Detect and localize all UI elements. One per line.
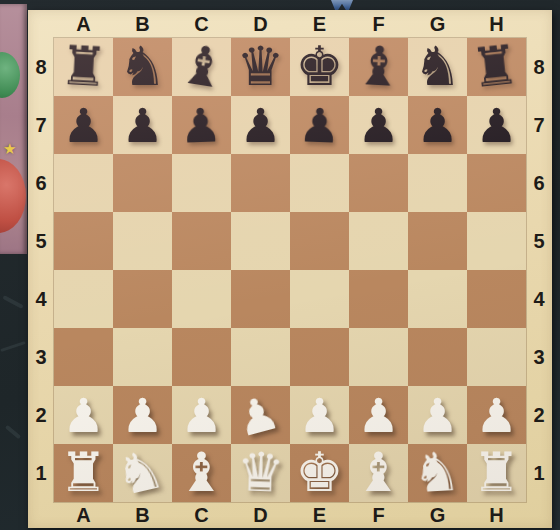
square-b8[interactable]: ♞ xyxy=(113,38,172,96)
file-label: A xyxy=(76,13,90,36)
rank-label: 7 xyxy=(35,114,46,137)
star-decoration: ★ xyxy=(3,140,16,158)
white-pawn[interactable]: ♟ xyxy=(475,392,517,439)
black-pawn[interactable]: ♟ xyxy=(298,101,342,149)
square-b4[interactable] xyxy=(113,270,172,328)
rank-label: 1 xyxy=(533,462,544,485)
white-pawn[interactable]: ♟ xyxy=(180,392,222,439)
square-f6[interactable] xyxy=(349,154,408,212)
chalk-mark xyxy=(2,295,23,309)
rank-label: 3 xyxy=(533,346,544,369)
board-grid: ♜♞♝♛♚♝♞♜♟♟♟♟♟♟♟♟♟♟♟♟♟♟♟♟♜♞♝♛♚♝♞♜ xyxy=(54,38,526,502)
rank-label: 6 xyxy=(35,172,46,195)
black-pawn[interactable]: ♟ xyxy=(357,102,399,149)
red-ornament xyxy=(0,159,26,233)
black-king[interactable]: ♚ xyxy=(295,40,343,94)
black-pawn[interactable]: ♟ xyxy=(416,102,458,149)
square-e5[interactable] xyxy=(290,212,349,270)
white-rook[interactable]: ♜ xyxy=(59,446,107,500)
white-pawn[interactable]: ♟ xyxy=(62,392,104,439)
chalk-mark xyxy=(5,425,21,440)
square-f2[interactable]: ♟ xyxy=(349,386,408,444)
square-e4[interactable] xyxy=(290,270,349,328)
square-a4[interactable] xyxy=(54,270,113,328)
rank-label: 3 xyxy=(35,346,46,369)
square-c5[interactable] xyxy=(172,212,231,270)
white-pawn[interactable]: ♟ xyxy=(357,392,399,439)
white-pawn[interactable]: ♟ xyxy=(121,392,163,439)
rank-label: 8 xyxy=(533,56,544,79)
file-label: F xyxy=(372,504,384,527)
rank-label: 7 xyxy=(533,114,544,137)
square-d1[interactable]: ♛ xyxy=(231,444,290,502)
rank-label: 4 xyxy=(35,288,46,311)
square-c6[interactable] xyxy=(172,154,231,212)
file-label: E xyxy=(313,504,326,527)
file-label: H xyxy=(489,504,503,527)
square-e3[interactable] xyxy=(290,328,349,386)
square-h4[interactable] xyxy=(467,270,526,328)
rank-label: 5 xyxy=(35,230,46,253)
square-f7[interactable]: ♟ xyxy=(349,96,408,154)
file-label: A xyxy=(76,504,90,527)
square-e7[interactable]: ♟ xyxy=(290,96,349,154)
square-d3[interactable] xyxy=(231,328,290,386)
square-b5[interactable] xyxy=(113,212,172,270)
square-a8[interactable]: ♜ xyxy=(54,38,113,96)
file-labels-top: ABCDEFGH xyxy=(54,10,526,38)
square-c7[interactable]: ♟ xyxy=(172,96,231,154)
square-g1[interactable]: ♞ xyxy=(408,444,467,502)
white-rook[interactable]: ♜ xyxy=(472,446,520,500)
square-b1[interactable]: ♞ xyxy=(113,444,172,502)
rank-labels-right: 87654321 xyxy=(526,38,552,502)
square-h5[interactable] xyxy=(467,212,526,270)
square-d4[interactable] xyxy=(231,270,290,328)
black-rook[interactable]: ♜ xyxy=(468,38,522,97)
rank-label: 8 xyxy=(35,56,46,79)
square-g5[interactable] xyxy=(408,212,467,270)
file-label: B xyxy=(135,13,149,36)
square-c8[interactable]: ♝ xyxy=(172,38,231,96)
rank-label: 6 xyxy=(533,172,544,195)
square-d8[interactable]: ♛ xyxy=(231,38,290,96)
white-pawn[interactable]: ♟ xyxy=(416,392,458,439)
scene: ★ ABCDEFGH 87654321 ♜♞♝♛♚♝♞♜♟♟♟♟♟♟♟♟♟♟♟♟… xyxy=(0,0,560,530)
black-bishop[interactable]: ♝ xyxy=(353,39,404,95)
file-label: F xyxy=(372,13,384,36)
square-d5[interactable] xyxy=(231,212,290,270)
square-b2[interactable]: ♟ xyxy=(113,386,172,444)
square-h6[interactable] xyxy=(467,154,526,212)
black-pawn[interactable]: ♟ xyxy=(179,101,223,149)
rank-label: 1 xyxy=(35,462,46,485)
square-b3[interactable] xyxy=(113,328,172,386)
square-d6[interactable] xyxy=(231,154,290,212)
square-f4[interactable] xyxy=(349,270,408,328)
green-ornament xyxy=(0,52,20,98)
rank-labels-left: 87654321 xyxy=(28,38,54,502)
square-g7[interactable]: ♟ xyxy=(408,96,467,154)
black-bishop[interactable]: ♝ xyxy=(175,37,231,98)
black-pawn[interactable]: ♟ xyxy=(239,102,281,149)
white-queen[interactable]: ♛ xyxy=(236,445,286,501)
file-label: C xyxy=(194,504,208,527)
square-c2[interactable]: ♟ xyxy=(172,386,231,444)
demo-chess-board: ABCDEFGH 87654321 ♜♞♝♛♚♝♞♜♟♟♟♟♟♟♟♟♟♟♟♟♟♟… xyxy=(28,10,552,528)
square-g4[interactable] xyxy=(408,270,467,328)
square-h2[interactable]: ♟ xyxy=(467,386,526,444)
black-pawn[interactable]: ♟ xyxy=(62,102,104,149)
square-c1[interactable]: ♝ xyxy=(172,444,231,502)
black-rook[interactable]: ♜ xyxy=(58,39,109,95)
square-a5[interactable] xyxy=(54,212,113,270)
square-a2[interactable]: ♟ xyxy=(54,386,113,444)
square-h3[interactable] xyxy=(467,328,526,386)
white-king[interactable]: ♚ xyxy=(295,446,343,500)
black-queen[interactable]: ♛ xyxy=(236,40,284,94)
square-e1[interactable]: ♚ xyxy=(290,444,349,502)
black-knight[interactable]: ♞ xyxy=(118,40,166,94)
square-c3[interactable] xyxy=(172,328,231,386)
square-e6[interactable] xyxy=(290,154,349,212)
background-poster: ★ xyxy=(0,4,27,254)
file-label: B xyxy=(135,504,149,527)
white-bishop[interactable]: ♝ xyxy=(177,446,225,500)
white-bishop[interactable]: ♝ xyxy=(354,446,402,500)
square-d7[interactable]: ♟ xyxy=(231,96,290,154)
file-label: H xyxy=(489,13,503,36)
file-label: D xyxy=(253,13,267,36)
square-g6[interactable] xyxy=(408,154,467,212)
square-f3[interactable] xyxy=(349,328,408,386)
black-pawn[interactable]: ♟ xyxy=(475,102,517,149)
rank-label: 2 xyxy=(35,404,46,427)
file-label: G xyxy=(430,13,446,36)
square-b7[interactable]: ♟ xyxy=(113,96,172,154)
rank-label: 5 xyxy=(533,230,544,253)
rank-label: 2 xyxy=(533,404,544,427)
file-label: G xyxy=(430,504,446,527)
chalk-mark xyxy=(0,341,26,352)
square-h1[interactable]: ♜ xyxy=(467,444,526,502)
square-f1[interactable]: ♝ xyxy=(349,444,408,502)
square-g2[interactable]: ♟ xyxy=(408,386,467,444)
square-d2[interactable]: ♟ xyxy=(231,386,290,444)
square-f8[interactable]: ♝ xyxy=(349,38,408,96)
square-f5[interactable] xyxy=(349,212,408,270)
square-e8[interactable]: ♚ xyxy=(290,38,349,96)
black-pawn[interactable]: ♟ xyxy=(121,102,163,149)
white-pawn[interactable]: ♟ xyxy=(232,387,285,443)
file-label: E xyxy=(313,13,326,36)
white-pawn[interactable]: ♟ xyxy=(298,392,340,439)
square-b6[interactable] xyxy=(113,154,172,212)
square-e2[interactable]: ♟ xyxy=(290,386,349,444)
white-knight[interactable]: ♞ xyxy=(110,442,169,506)
square-a3[interactable] xyxy=(54,328,113,386)
white-knight[interactable]: ♞ xyxy=(411,445,462,501)
square-g8[interactable]: ♞ xyxy=(408,38,467,96)
square-c4[interactable] xyxy=(172,270,231,328)
rank-label: 4 xyxy=(533,288,544,311)
square-g3[interactable] xyxy=(408,328,467,386)
square-a1[interactable]: ♜ xyxy=(54,444,113,502)
square-a6[interactable] xyxy=(54,154,113,212)
black-knight[interactable]: ♞ xyxy=(413,40,461,94)
file-label: C xyxy=(194,13,208,36)
square-a7[interactable]: ♟ xyxy=(54,96,113,154)
file-label: D xyxy=(253,504,267,527)
square-h8[interactable]: ♜ xyxy=(467,38,526,96)
square-h7[interactable]: ♟ xyxy=(467,96,526,154)
